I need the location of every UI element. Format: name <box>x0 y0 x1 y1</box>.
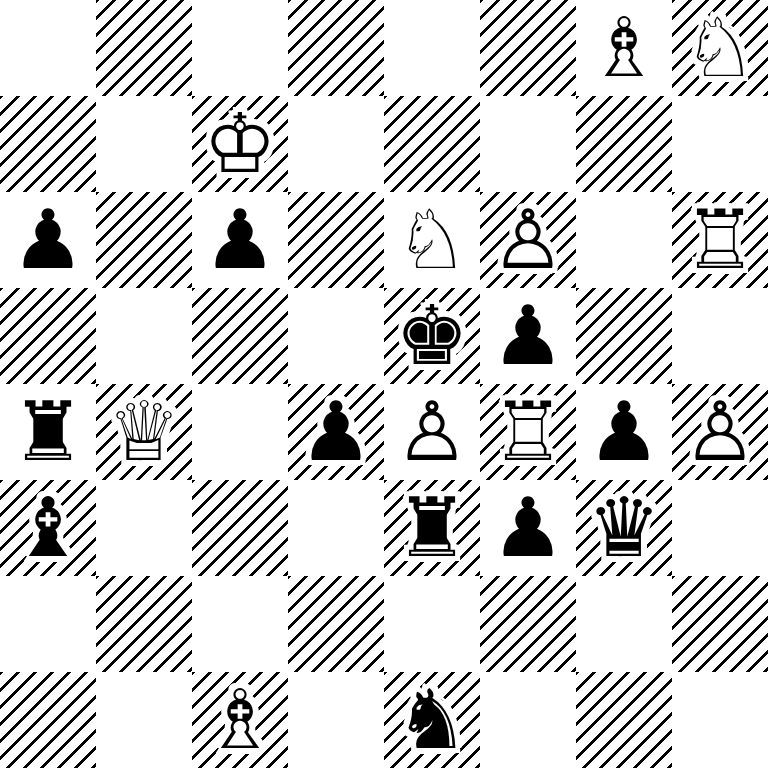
square-b1[interactable] <box>96 672 192 768</box>
square-f2[interactable] <box>480 576 576 672</box>
square-c7[interactable]: ♚♔ <box>192 96 288 192</box>
white-knight[interactable]: ♞♘ <box>384 192 480 288</box>
white-queen-glyph: ♕ <box>96 384 192 480</box>
white-king[interactable]: ♚♔ <box>192 96 288 192</box>
square-g2[interactable] <box>576 576 672 672</box>
square-d5[interactable] <box>288 288 384 384</box>
square-c1[interactable]: ♝♗ <box>192 672 288 768</box>
black-rook[interactable]: ♜ <box>384 480 480 576</box>
square-d3[interactable] <box>288 480 384 576</box>
square-e2[interactable] <box>384 576 480 672</box>
square-h6[interactable]: ♜♖ <box>672 192 768 288</box>
white-pawn-glyph: ♙ <box>480 192 576 288</box>
square-e3[interactable]: ♜ <box>384 480 480 576</box>
white-king-glyph: ♔ <box>192 96 288 192</box>
white-bishop-glyph: ♗ <box>576 0 672 96</box>
black-king-glyph: ♚ <box>384 288 480 384</box>
white-knight[interactable]: ♞♘ <box>672 0 768 96</box>
square-f3[interactable]: ♟ <box>480 480 576 576</box>
square-c5[interactable] <box>192 288 288 384</box>
white-rook[interactable]: ♜♖ <box>480 384 576 480</box>
square-h2[interactable] <box>672 576 768 672</box>
square-e4[interactable]: ♟♙ <box>384 384 480 480</box>
square-b2[interactable] <box>96 576 192 672</box>
white-bishop-glyph: ♗ <box>192 672 288 768</box>
black-rook-glyph: ♜ <box>384 480 480 576</box>
black-pawn[interactable]: ♟ <box>192 192 288 288</box>
black-pawn-glyph: ♟ <box>480 288 576 384</box>
white-knight-glyph: ♘ <box>384 192 480 288</box>
square-d1[interactable] <box>288 672 384 768</box>
white-bishop[interactable]: ♝♗ <box>576 0 672 96</box>
black-pawn-glyph: ♟ <box>480 480 576 576</box>
square-a8[interactable] <box>0 0 96 96</box>
white-pawn[interactable]: ♟♙ <box>672 384 768 480</box>
square-f6[interactable]: ♟♙ <box>480 192 576 288</box>
square-h3[interactable] <box>672 480 768 576</box>
square-e1[interactable]: ♞ <box>384 672 480 768</box>
square-a2[interactable] <box>0 576 96 672</box>
square-h4[interactable]: ♟♙ <box>672 384 768 480</box>
black-pawn[interactable]: ♟ <box>480 480 576 576</box>
square-f4[interactable]: ♜♖ <box>480 384 576 480</box>
square-g7[interactable] <box>576 96 672 192</box>
square-f5[interactable]: ♟ <box>480 288 576 384</box>
white-pawn[interactable]: ♟♙ <box>480 192 576 288</box>
square-b4[interactable]: ♛♕ <box>96 384 192 480</box>
square-b3[interactable] <box>96 480 192 576</box>
black-rook-glyph: ♜ <box>0 384 96 480</box>
square-g3[interactable]: ♛ <box>576 480 672 576</box>
square-h1[interactable] <box>672 672 768 768</box>
square-e6[interactable]: ♞♘ <box>384 192 480 288</box>
chess-board: ♝♗♞♘♚♔♟♟♞♘♟♙♜♖♚♟♜♛♕♟♟♙♜♖♟♟♙♝♜♟♛♝♗♞ <box>0 0 768 768</box>
black-pawn[interactable]: ♟ <box>576 384 672 480</box>
white-knight-glyph: ♘ <box>672 0 768 96</box>
square-g1[interactable] <box>576 672 672 768</box>
black-king[interactable]: ♚ <box>384 288 480 384</box>
square-b5[interactable] <box>96 288 192 384</box>
square-c3[interactable] <box>192 480 288 576</box>
square-a7[interactable] <box>0 96 96 192</box>
black-bishop[interactable]: ♝ <box>0 480 96 576</box>
square-f8[interactable] <box>480 0 576 96</box>
square-f1[interactable] <box>480 672 576 768</box>
square-h8[interactable]: ♞♘ <box>672 0 768 96</box>
white-rook[interactable]: ♜♖ <box>672 192 768 288</box>
square-g6[interactable] <box>576 192 672 288</box>
black-queen[interactable]: ♛ <box>576 480 672 576</box>
black-pawn-glyph: ♟ <box>0 192 96 288</box>
square-g5[interactable] <box>576 288 672 384</box>
black-knight-glyph: ♞ <box>384 672 480 768</box>
square-d2[interactable] <box>288 576 384 672</box>
square-e7[interactable] <box>384 96 480 192</box>
black-bishop-glyph: ♝ <box>0 480 96 576</box>
square-a3[interactable]: ♝ <box>0 480 96 576</box>
square-b6[interactable] <box>96 192 192 288</box>
square-e5[interactable]: ♚ <box>384 288 480 384</box>
square-c4[interactable] <box>192 384 288 480</box>
square-d7[interactable] <box>288 96 384 192</box>
black-rook[interactable]: ♜ <box>0 384 96 480</box>
square-a1[interactable] <box>0 672 96 768</box>
square-b7[interactable] <box>96 96 192 192</box>
black-pawn-glyph: ♟ <box>192 192 288 288</box>
white-rook-glyph: ♖ <box>672 192 768 288</box>
white-pawn-glyph: ♙ <box>672 384 768 480</box>
black-pawn[interactable]: ♟ <box>0 192 96 288</box>
square-d6[interactable] <box>288 192 384 288</box>
black-pawn-glyph: ♟ <box>288 384 384 480</box>
square-a6[interactable]: ♟ <box>0 192 96 288</box>
white-rook-glyph: ♖ <box>480 384 576 480</box>
white-pawn-glyph: ♙ <box>384 384 480 480</box>
square-h5[interactable] <box>672 288 768 384</box>
square-e8[interactable] <box>384 0 480 96</box>
square-d4[interactable]: ♟ <box>288 384 384 480</box>
square-h7[interactable] <box>672 96 768 192</box>
white-queen[interactable]: ♛♕ <box>96 384 192 480</box>
square-a4[interactable]: ♜ <box>0 384 96 480</box>
square-g8[interactable]: ♝♗ <box>576 0 672 96</box>
square-d8[interactable] <box>288 0 384 96</box>
square-c2[interactable] <box>192 576 288 672</box>
black-pawn[interactable]: ♟ <box>288 384 384 480</box>
square-b8[interactable] <box>96 0 192 96</box>
white-pawn[interactable]: ♟♙ <box>384 384 480 480</box>
black-pawn-glyph: ♟ <box>576 384 672 480</box>
black-knight[interactable]: ♞ <box>384 672 480 768</box>
square-f7[interactable] <box>480 96 576 192</box>
white-bishop[interactable]: ♝♗ <box>192 672 288 768</box>
black-pawn[interactable]: ♟ <box>480 288 576 384</box>
square-a5[interactable] <box>0 288 96 384</box>
black-queen-glyph: ♛ <box>576 480 672 576</box>
square-g4[interactable]: ♟ <box>576 384 672 480</box>
square-c6[interactable]: ♟ <box>192 192 288 288</box>
square-c8[interactable] <box>192 0 288 96</box>
